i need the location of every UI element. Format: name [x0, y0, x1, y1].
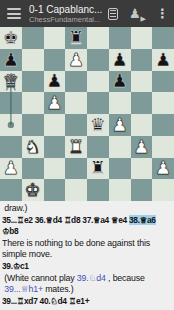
square-e7[interactable]	[87, 49, 109, 71]
square-f4[interactable]: ♟	[109, 114, 131, 136]
square-d8[interactable]: ♜	[65, 27, 87, 49]
square-f5[interactable]	[109, 92, 131, 114]
square-a3[interactable]	[0, 136, 22, 158]
list-icon	[110, 10, 116, 12]
current-move[interactable]: 38.♕a6	[129, 215, 156, 225]
notation-line: simple move.	[2, 249, 172, 261]
square-c2[interactable]	[44, 158, 66, 180]
notation-line: 39...♖xd7 40.♘d4 ♖e1+	[2, 296, 172, 308]
square-b7[interactable]	[22, 49, 44, 71]
square-c5[interactable]: ♟	[44, 92, 66, 114]
square-f2[interactable]	[109, 158, 131, 180]
list-icon	[110, 16, 116, 18]
square-g1[interactable]	[131, 179, 153, 201]
square-f3[interactable]	[109, 136, 131, 158]
square-h7[interactable]: ♟	[152, 49, 174, 71]
piece-white-pawn: ♟	[3, 159, 19, 177]
list-icon	[110, 13, 116, 15]
square-d1[interactable]	[65, 179, 87, 201]
piece-white-knight: ♞	[25, 138, 41, 156]
notation-text: (White cannot play	[2, 273, 77, 283]
square-h4[interactable]	[152, 114, 174, 136]
notation-text: mates.)	[43, 284, 74, 294]
play-icon: ▶	[141, 15, 146, 22]
square-b2[interactable]	[22, 158, 44, 180]
piece-black-rook: ♜	[68, 29, 84, 47]
square-g3[interactable]: ♟	[131, 136, 153, 158]
hamburger-icon	[7, 8, 21, 10]
square-e4[interactable]: ♛	[87, 114, 109, 136]
square-d5[interactable]	[65, 92, 87, 114]
app-bar: 0-1 Capablanc... ChessFundamental... ♟ ▶…	[0, 0, 174, 27]
notation-text: 35...♖e2 36.♕d4 ♖d8 37.♕a4 ♕e4	[2, 215, 129, 225]
variation-move[interactable]: 39...♕h1+	[4, 284, 43, 294]
square-b8[interactable]	[22, 27, 44, 49]
piece-black-pawn: ♟	[112, 51, 128, 69]
piece-white-king: ♚	[25, 181, 41, 199]
square-e2[interactable]: ♜	[87, 158, 109, 180]
square-e3[interactable]	[87, 136, 109, 158]
square-g6[interactable]	[131, 71, 153, 93]
square-a7[interactable]: ♟	[0, 49, 22, 71]
square-g4[interactable]	[131, 114, 153, 136]
square-c4[interactable]	[44, 114, 66, 136]
square-e1[interactable]	[87, 179, 109, 201]
square-h2[interactable]: ♟	[152, 158, 174, 180]
square-c1[interactable]	[44, 179, 66, 201]
page-subtitle: ChessFundamental...	[29, 15, 104, 24]
square-b3[interactable]: ♞	[22, 136, 44, 158]
square-d7[interactable]: ♟	[65, 49, 87, 71]
notation-line: There is nothing to be done against this	[2, 238, 172, 250]
square-g8[interactable]	[131, 27, 153, 49]
chess-board[interactable]: ♚♜♟♟♟♟♛♟♟♟♛♟♞♜♟♟♜♟♚	[0, 27, 174, 201]
square-h6[interactable]	[152, 71, 174, 93]
notation-line: ♔b8	[2, 226, 172, 238]
piece-black-rook: ♜	[90, 159, 106, 177]
overflow-menu-button[interactable]: ⋮	[156, 7, 169, 20]
square-b5[interactable]	[22, 92, 44, 114]
notation-line: 35...♖e2 36.♕d4 ♖d8 37.♕a4 ♕e4 38.♕a6	[2, 215, 172, 227]
hamburger-icon	[7, 13, 21, 15]
square-c8[interactable]	[44, 27, 66, 49]
square-e8[interactable]	[87, 27, 109, 49]
piece-white-pawn: ♟	[155, 159, 171, 177]
square-c7[interactable]	[44, 49, 66, 71]
notation-text: ♔b8	[2, 226, 18, 236]
notation-text: 39...♖xd7 40.♘d4 ♖e1+	[2, 296, 89, 306]
square-h1[interactable]	[152, 179, 174, 201]
notation-text: draw.)	[2, 203, 27, 213]
square-c3[interactable]	[44, 136, 66, 158]
square-a1[interactable]	[0, 179, 22, 201]
square-b4[interactable]	[22, 114, 44, 136]
square-g7[interactable]	[131, 49, 153, 71]
square-f7[interactable]: ♟	[109, 49, 131, 71]
notation-line: 39...♕h1+ mates.)	[2, 284, 172, 296]
menu-button[interactable]	[7, 8, 21, 19]
piece-white-pawn: ♟	[68, 51, 84, 69]
piece-black-king: ♚	[3, 29, 19, 47]
notation-text: simple move.	[2, 249, 52, 259]
square-d4[interactable]	[65, 114, 87, 136]
square-h5[interactable]	[152, 92, 174, 114]
hamburger-icon	[7, 17, 21, 19]
notation-line: 39.♔c1	[2, 261, 172, 273]
square-g2[interactable]	[131, 158, 153, 180]
square-h3[interactable]	[152, 136, 174, 158]
piece-black-pawn: ♟	[155, 51, 171, 69]
app-bar-actions: ♟ ▶ ⋮	[108, 6, 169, 22]
square-f8[interactable]	[109, 27, 131, 49]
notation-text: 39.♔c1	[2, 261, 29, 271]
square-a6[interactable]: ♛	[0, 71, 22, 93]
square-c6[interactable]: ♟	[44, 71, 66, 93]
square-a8[interactable]: ♚	[0, 27, 22, 49]
piece-white-pawn: ♟	[112, 116, 128, 134]
piece-black-pawn: ♟	[112, 72, 128, 90]
notation-line: (White cannot play 39.♘d4 , because	[2, 273, 172, 285]
piece-black-pawn: ♟	[3, 51, 19, 69]
engine-button[interactable]: ♟ ▶	[129, 6, 145, 22]
square-d6[interactable]	[65, 71, 87, 93]
piece-black-queen: ♛	[90, 116, 106, 134]
page-title: 0-1 Capablanc...	[29, 4, 104, 15]
square-e5[interactable]	[87, 92, 109, 114]
notation-text: , because	[106, 273, 145, 283]
variation-move[interactable]: 39.♘d4	[77, 273, 106, 283]
notation-line: draw.)	[2, 203, 172, 215]
notation-text: There is nothing to be done against this	[2, 238, 150, 248]
pawn-icon: ♟	[129, 6, 141, 22]
square-d2[interactable]	[65, 158, 87, 180]
square-a2[interactable]: ♟	[0, 158, 22, 180]
piece-white-pawn: ♟	[46, 94, 62, 112]
square-f6[interactable]: ♟	[109, 71, 131, 93]
square-f1[interactable]	[109, 179, 131, 201]
square-e6[interactable]	[87, 71, 109, 93]
piece-white-queen: ♛	[3, 72, 19, 90]
piece-white-rook: ♜	[68, 138, 84, 156]
square-h8[interactable]	[152, 27, 174, 49]
square-a5[interactable]	[0, 92, 22, 114]
moves-list-button[interactable]	[108, 8, 118, 20]
title-block: 0-1 Capablanc... ChessFundamental...	[29, 4, 104, 24]
square-a4[interactable]	[0, 114, 22, 136]
square-g5[interactable]	[131, 92, 153, 114]
square-d3[interactable]: ♜	[65, 136, 87, 158]
piece-black-pawn: ♟	[46, 72, 62, 90]
notation-panel[interactable]: draw.)35...♖e2 36.♕d4 ♖d8 37.♕a4 ♕e4 38.…	[0, 201, 174, 310]
square-b1[interactable]: ♚	[22, 179, 44, 201]
square-b6[interactable]	[22, 71, 44, 93]
piece-white-pawn: ♟	[133, 138, 149, 156]
